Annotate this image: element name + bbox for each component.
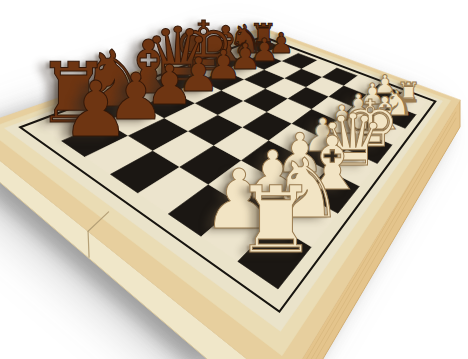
chess-set-photo: ♜♟♞♟♝♟♚♟♛♟♝♟♜♟♟♞♞♟♟♜♝♟♟♚♟♛♟♝♟♞♟♜ — [0, 0, 468, 359]
piece-white-rook-a1[interactable]: ♜ — [234, 174, 317, 267]
piece-black-pawn-a7[interactable]: ♟ — [62, 72, 131, 149]
